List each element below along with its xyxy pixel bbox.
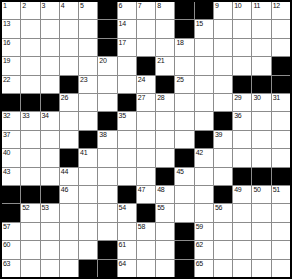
- cell-r4c6[interactable]: 20: [98, 57, 116, 74]
- clue-number-20: 20: [99, 57, 106, 65]
- black-square-r11c7: [118, 186, 136, 203]
- black-square-r13c10: [175, 223, 193, 240]
- cell-r12c3[interactable]: 53: [41, 204, 59, 221]
- black-square-r7c6: [98, 112, 116, 129]
- cell-r11c4[interactable]: 46: [60, 186, 78, 203]
- black-square-r6c1: [2, 94, 20, 111]
- clue-number-49: 49: [234, 186, 241, 194]
- cell-r5c7[interactable]: [118, 76, 136, 93]
- cell-r2c12[interactable]: [214, 20, 232, 37]
- cell-r14c5[interactable]: [79, 241, 97, 258]
- cell-r15c7[interactable]: 64: [118, 260, 136, 277]
- cell-r11c5[interactable]: [79, 186, 97, 203]
- cell-r13c14[interactable]: [252, 223, 270, 240]
- cell-r3c3[interactable]: [41, 39, 59, 56]
- cell-r6c10[interactable]: [175, 94, 193, 111]
- clue-number-40: 40: [3, 149, 10, 157]
- cell-r2c5[interactable]: [79, 20, 97, 37]
- black-square-r10c13: [233, 168, 251, 185]
- clue-number-59: 59: [196, 223, 203, 231]
- cell-r6c12[interactable]: [214, 94, 232, 111]
- clue-number-2: 2: [22, 2, 26, 10]
- cell-r7c2[interactable]: 33: [21, 112, 39, 129]
- clue-number-10: 10: [234, 2, 241, 10]
- cell-r7c15[interactable]: [272, 112, 290, 129]
- cell-r13c9[interactable]: [156, 223, 174, 240]
- black-square-r8c5: [79, 131, 97, 148]
- clue-number-29: 29: [234, 94, 241, 102]
- cell-r13c4[interactable]: [60, 223, 78, 240]
- cell-r9c14[interactable]: [252, 149, 270, 166]
- cell-r14c2[interactable]: [21, 241, 39, 258]
- cell-r8c4[interactable]: [60, 131, 78, 148]
- clue-number-57: 57: [3, 223, 10, 231]
- clue-number-42: 42: [196, 149, 203, 157]
- cell-r14c15[interactable]: [272, 241, 290, 258]
- cell-r9c13[interactable]: [233, 149, 251, 166]
- cell-r15c3[interactable]: [41, 260, 59, 277]
- cell-r3c10[interactable]: 18: [175, 39, 193, 56]
- clue-number-39: 39: [215, 131, 222, 139]
- cell-r12c5[interactable]: [79, 204, 97, 221]
- black-square-r11c1: [2, 186, 20, 203]
- clue-number-3: 3: [42, 2, 46, 10]
- cell-r11c8[interactable]: 47: [137, 186, 155, 203]
- cell-r9c1[interactable]: 40: [2, 149, 20, 166]
- cell-r10c1[interactable]: 43: [2, 168, 20, 185]
- cell-r3c15[interactable]: [272, 39, 290, 56]
- black-square-r9c10: [175, 149, 193, 166]
- cell-r10c4[interactable]: 44: [60, 168, 78, 185]
- cell-r13c5[interactable]: [79, 223, 97, 240]
- cell-r5c8[interactable]: 24: [137, 76, 155, 93]
- black-square-r7c12: [214, 112, 232, 129]
- clue-number-8: 8: [157, 2, 161, 10]
- black-square-r15c6: [98, 260, 116, 277]
- cell-r8c10[interactable]: [175, 131, 193, 148]
- cell-r9c12[interactable]: [214, 149, 232, 166]
- cell-r6c13[interactable]: 29: [233, 94, 251, 111]
- black-square-r1c10: [175, 2, 193, 19]
- cell-r5c5[interactable]: 23: [79, 76, 97, 93]
- cell-r5c6[interactable]: [98, 76, 116, 93]
- cell-r1c5[interactable]: 5: [79, 2, 97, 19]
- black-square-r11c2: [21, 186, 39, 203]
- clue-number-18: 18: [176, 39, 183, 47]
- black-square-r4c15: [272, 57, 290, 74]
- clue-number-46: 46: [61, 186, 68, 194]
- clue-number-24: 24: [138, 76, 145, 84]
- cell-r3c12[interactable]: [214, 39, 232, 56]
- cell-r5c10[interactable]: 25: [175, 76, 193, 93]
- cell-r9c3[interactable]: [41, 149, 59, 166]
- cell-r1c9[interactable]: 8: [156, 2, 174, 19]
- cell-r4c5[interactable]: [79, 57, 97, 74]
- clue-number-25: 25: [176, 76, 183, 84]
- cell-r7c1[interactable]: 32: [2, 112, 20, 129]
- black-square-r2c10: [175, 20, 193, 37]
- cell-r15c9[interactable]: [156, 260, 174, 277]
- black-square-r5c14: [252, 76, 270, 93]
- cell-r2c9[interactable]: [156, 20, 174, 37]
- clue-number-1: 1: [3, 2, 7, 10]
- cell-r13c15[interactable]: [272, 223, 290, 240]
- black-square-r14c10: [175, 241, 193, 258]
- cell-r7c7[interactable]: 35: [118, 112, 136, 129]
- cell-r9c11[interactable]: 42: [195, 149, 213, 166]
- black-square-r5c9: [156, 76, 174, 93]
- cell-r2c4[interactable]: [60, 20, 78, 37]
- cell-r14c8[interactable]: [137, 241, 155, 258]
- cell-r8c8[interactable]: [137, 131, 155, 148]
- cell-r10c6[interactable]: [98, 168, 116, 185]
- cell-r6c5[interactable]: [79, 94, 97, 111]
- cell-r8c13[interactable]: [233, 131, 251, 148]
- clue-number-6: 6: [119, 2, 123, 10]
- crossword-grid: 1234567891011121314151617181920212223242…: [0, 0, 292, 279]
- black-square-r15c5: [79, 260, 97, 277]
- cell-r1c8[interactable]: 7: [137, 2, 155, 19]
- crossword-puzzle: 1234567891011121314151617181920212223242…: [0, 0, 292, 279]
- cell-r6c14[interactable]: 30: [252, 94, 270, 111]
- cell-r2c1[interactable]: 13: [2, 20, 20, 37]
- cell-r1c15[interactable]: 12: [272, 2, 290, 19]
- clue-number-54: 54: [119, 204, 126, 212]
- cell-r15c1[interactable]: 63: [2, 260, 20, 277]
- cell-r8c14[interactable]: [252, 131, 270, 148]
- cell-r1c4[interactable]: 4: [60, 2, 78, 19]
- cell-r8c1[interactable]: 37: [2, 131, 20, 148]
- cell-r1c12[interactable]: 9: [214, 2, 232, 19]
- cell-r15c4[interactable]: [60, 260, 78, 277]
- cell-r3c9[interactable]: [156, 39, 174, 56]
- cell-r12c13[interactable]: [233, 204, 251, 221]
- cell-r7c3[interactable]: 34: [41, 112, 59, 129]
- clue-number-60: 60: [3, 241, 10, 249]
- cell-r4c3[interactable]: [41, 57, 59, 74]
- cell-r2c3[interactable]: [41, 20, 59, 37]
- black-square-r3c6: [98, 39, 116, 56]
- black-square-r1c11: [195, 2, 213, 19]
- cell-r1c3[interactable]: 3: [41, 2, 59, 19]
- cell-r14c11[interactable]: 62: [195, 241, 213, 258]
- cell-r2c2[interactable]: [21, 20, 39, 37]
- clue-number-51: 51: [273, 186, 280, 194]
- clue-number-45: 45: [176, 168, 183, 176]
- clue-number-30: 30: [253, 94, 260, 102]
- clue-number-4: 4: [61, 2, 65, 10]
- cell-r6c15[interactable]: 31: [272, 94, 290, 111]
- cell-r14c9[interactable]: [156, 241, 174, 258]
- cell-r13c7[interactable]: [118, 223, 136, 240]
- cell-r3c1[interactable]: 16: [2, 39, 20, 56]
- clue-number-12: 12: [273, 2, 280, 10]
- clue-number-5: 5: [80, 2, 84, 10]
- cell-r9c7[interactable]: [118, 149, 136, 166]
- cell-r3c7[interactable]: 17: [118, 39, 136, 56]
- black-square-r6c7: [118, 94, 136, 111]
- black-square-r5c4: [60, 76, 78, 93]
- cell-r10c11[interactable]: [195, 168, 213, 185]
- cell-r4c9[interactable]: 21: [156, 57, 174, 74]
- black-square-r10c14: [252, 168, 270, 185]
- cell-r1c1[interactable]: 1: [2, 2, 20, 19]
- cell-r6c9[interactable]: 28: [156, 94, 174, 111]
- cell-r11c11[interactable]: [195, 186, 213, 203]
- cell-r9c5[interactable]: 41: [79, 149, 97, 166]
- cell-r9c6[interactable]: [98, 149, 116, 166]
- cell-r15c2[interactable]: [21, 260, 39, 277]
- cell-r2c14[interactable]: [252, 20, 270, 37]
- cell-r3c2[interactable]: [21, 39, 39, 56]
- cell-r9c8[interactable]: [137, 149, 155, 166]
- cell-r4c1[interactable]: 19: [2, 57, 20, 74]
- clue-number-35: 35: [119, 112, 126, 120]
- clue-number-21: 21: [157, 57, 164, 65]
- cell-r4c12[interactable]: [214, 57, 232, 74]
- cell-r15c15[interactable]: [272, 260, 290, 277]
- cell-r9c2[interactable]: [21, 149, 39, 166]
- cell-r3c5[interactable]: [79, 39, 97, 56]
- clue-number-61: 61: [119, 241, 126, 249]
- cell-r3c11[interactable]: [195, 39, 213, 56]
- cell-r3c4[interactable]: [60, 39, 78, 56]
- clue-number-16: 16: [3, 39, 10, 47]
- clue-number-7: 7: [138, 2, 142, 10]
- cell-r6c8[interactable]: 27: [137, 94, 155, 111]
- clue-number-48: 48: [157, 186, 164, 194]
- cell-r14c13[interactable]: [233, 241, 251, 258]
- clue-number-9: 9: [215, 2, 219, 10]
- clue-number-11: 11: [253, 2, 260, 10]
- cell-r12c4[interactable]: [60, 204, 78, 221]
- cell-r2c8[interactable]: [137, 20, 155, 37]
- cell-r8c9[interactable]: [156, 131, 174, 148]
- cell-r9c15[interactable]: [272, 149, 290, 166]
- cell-r8c6[interactable]: 38: [98, 131, 116, 148]
- black-square-r15c10: [175, 260, 193, 277]
- cell-r12c11[interactable]: [195, 204, 213, 221]
- cell-r11c14[interactable]: 50: [252, 186, 270, 203]
- clue-number-37: 37: [3, 131, 10, 139]
- cell-r13c13[interactable]: [233, 223, 251, 240]
- clue-number-53: 53: [42, 204, 49, 212]
- cell-r7c14[interactable]: [252, 112, 270, 129]
- cell-r10c5[interactable]: [79, 168, 97, 185]
- clue-number-23: 23: [80, 76, 87, 84]
- cell-r5c12[interactable]: [214, 76, 232, 93]
- cell-r13c12[interactable]: [214, 223, 232, 240]
- cell-r7c8[interactable]: [137, 112, 155, 129]
- cell-r2c13[interactable]: [233, 20, 251, 37]
- clue-number-58: 58: [138, 223, 145, 231]
- cell-r5c2[interactable]: [21, 76, 39, 93]
- black-square-r14c6: [98, 241, 116, 258]
- clue-number-36: 36: [234, 112, 241, 120]
- cell-r13c11[interactable]: 59: [195, 223, 213, 240]
- black-square-r4c8: [137, 57, 155, 74]
- cell-r7c5[interactable]: [79, 112, 97, 129]
- black-square-r11c3: [41, 186, 59, 203]
- cell-r1c7[interactable]: 6: [118, 2, 136, 19]
- black-square-r10c9: [156, 168, 174, 185]
- black-square-r11c12: [214, 186, 232, 203]
- cell-r5c11[interactable]: [195, 76, 213, 93]
- cell-r11c9[interactable]: 48: [156, 186, 174, 203]
- cell-r4c4[interactable]: [60, 57, 78, 74]
- cell-r10c8[interactable]: [137, 168, 155, 185]
- cell-r2c7[interactable]: 14: [118, 20, 136, 37]
- cell-r11c6[interactable]: [98, 186, 116, 203]
- clue-number-65: 65: [196, 260, 203, 268]
- cell-r6c6[interactable]: [98, 94, 116, 111]
- cell-r1c13[interactable]: 10: [233, 2, 251, 19]
- cell-r14c7[interactable]: 61: [118, 241, 136, 258]
- cell-r12c10[interactable]: [175, 204, 193, 221]
- black-square-r9c4: [60, 149, 78, 166]
- cell-r3c13[interactable]: [233, 39, 251, 56]
- black-square-r5c15: [272, 76, 290, 93]
- clue-number-17: 17: [119, 39, 126, 47]
- clue-number-41: 41: [80, 149, 87, 157]
- cell-r7c13[interactable]: 36: [233, 112, 251, 129]
- clue-number-63: 63: [3, 260, 10, 268]
- clue-number-64: 64: [119, 260, 126, 268]
- cell-r14c4[interactable]: [60, 241, 78, 258]
- clue-number-14: 14: [119, 20, 126, 28]
- cell-r12c15[interactable]: [272, 204, 290, 221]
- cell-r9c9[interactable]: [156, 149, 174, 166]
- black-square-r6c3: [41, 94, 59, 111]
- cell-r8c15[interactable]: [272, 131, 290, 148]
- cell-r10c7[interactable]: [118, 168, 136, 185]
- clue-number-26: 26: [61, 94, 68, 102]
- cell-r5c1[interactable]: 22: [2, 76, 20, 93]
- cell-r10c12[interactable]: [214, 168, 232, 185]
- clue-number-62: 62: [196, 241, 203, 249]
- cell-r6c4[interactable]: 26: [60, 94, 78, 111]
- cell-r4c2[interactable]: [21, 57, 39, 74]
- cell-r11c10[interactable]: [175, 186, 193, 203]
- clue-number-15: 15: [196, 20, 203, 28]
- clue-number-44: 44: [61, 168, 68, 176]
- clue-number-22: 22: [3, 76, 10, 84]
- black-square-r1c6: [98, 2, 116, 19]
- cell-r4c11[interactable]: [195, 57, 213, 74]
- clue-number-34: 34: [42, 112, 49, 120]
- cell-r13c8[interactable]: 58: [137, 223, 155, 240]
- cell-r7c10[interactable]: [175, 112, 193, 129]
- cell-r15c14[interactable]: [252, 260, 270, 277]
- cell-r10c3[interactable]: [41, 168, 59, 185]
- black-square-r5c13: [233, 76, 251, 93]
- clue-number-43: 43: [3, 168, 10, 176]
- black-square-r12c1: [2, 204, 20, 221]
- clue-number-28: 28: [157, 94, 164, 102]
- cell-r14c14[interactable]: [252, 241, 270, 258]
- black-square-r12c8: [137, 204, 155, 221]
- cell-r12c2[interactable]: 52: [21, 204, 39, 221]
- cell-r7c9[interactable]: [156, 112, 174, 129]
- clue-number-19: 19: [3, 57, 10, 65]
- cell-r15c13[interactable]: [233, 260, 251, 277]
- clue-number-52: 52: [22, 204, 29, 212]
- cell-r10c10[interactable]: 45: [175, 168, 193, 185]
- cell-r12c14[interactable]: [252, 204, 270, 221]
- black-square-r10c15: [272, 168, 290, 185]
- cell-r4c13[interactable]: [233, 57, 251, 74]
- cell-r7c4[interactable]: [60, 112, 78, 129]
- cell-r13c1[interactable]: 57: [2, 223, 20, 240]
- cell-r13c3[interactable]: [41, 223, 59, 240]
- cell-r14c3[interactable]: [41, 241, 59, 258]
- cell-r13c2[interactable]: [21, 223, 39, 240]
- cell-r7c11[interactable]: [195, 112, 213, 129]
- black-square-r2c6: [98, 20, 116, 37]
- cell-r14c12[interactable]: [214, 241, 232, 258]
- cell-r3c14[interactable]: [252, 39, 270, 56]
- cell-r4c10[interactable]: [175, 57, 193, 74]
- cell-r14c1[interactable]: 60: [2, 241, 20, 258]
- cell-r2c15[interactable]: [272, 20, 290, 37]
- clue-number-50: 50: [253, 186, 260, 194]
- cell-r13c6[interactable]: [98, 223, 116, 240]
- clue-number-13: 13: [3, 20, 10, 28]
- clue-number-56: 56: [215, 204, 222, 212]
- clue-number-55: 55: [157, 204, 164, 212]
- cell-r11c13[interactable]: 49: [233, 186, 251, 203]
- clue-number-38: 38: [99, 131, 106, 139]
- clue-number-32: 32: [3, 112, 10, 120]
- cell-r12c6[interactable]: [98, 204, 116, 221]
- cell-r4c14[interactable]: [252, 57, 270, 74]
- clue-number-27: 27: [138, 94, 145, 102]
- black-square-r8c11: [195, 131, 213, 148]
- cell-r3c8[interactable]: [137, 39, 155, 56]
- cell-r12c12[interactable]: 56: [214, 204, 232, 221]
- cell-r12c9[interactable]: 55: [156, 204, 174, 221]
- cell-r8c7[interactable]: [118, 131, 136, 148]
- cell-r2c11[interactable]: 15: [195, 20, 213, 37]
- cell-r1c2[interactable]: 2: [21, 2, 39, 19]
- clue-number-33: 33: [22, 112, 29, 120]
- cell-r15c11[interactable]: 65: [195, 260, 213, 277]
- cell-r4c7[interactable]: [118, 57, 136, 74]
- cell-r11c15[interactable]: 51: [272, 186, 290, 203]
- clue-number-47: 47: [138, 186, 145, 194]
- cell-r8c12[interactable]: 39: [214, 131, 232, 148]
- cell-r1c14[interactable]: 11: [252, 2, 270, 19]
- cell-r8c2[interactable]: [21, 131, 39, 148]
- cell-r12c7[interactable]: 54: [118, 204, 136, 221]
- cell-r15c12[interactable]: [214, 260, 232, 277]
- cell-r8c3[interactable]: [41, 131, 59, 148]
- cell-r15c8[interactable]: [137, 260, 155, 277]
- cell-r6c11[interactable]: [195, 94, 213, 111]
- cell-r5c3[interactable]: [41, 76, 59, 93]
- clue-number-31: 31: [273, 94, 280, 102]
- cell-r10c2[interactable]: [21, 168, 39, 185]
- black-square-r6c2: [21, 94, 39, 111]
